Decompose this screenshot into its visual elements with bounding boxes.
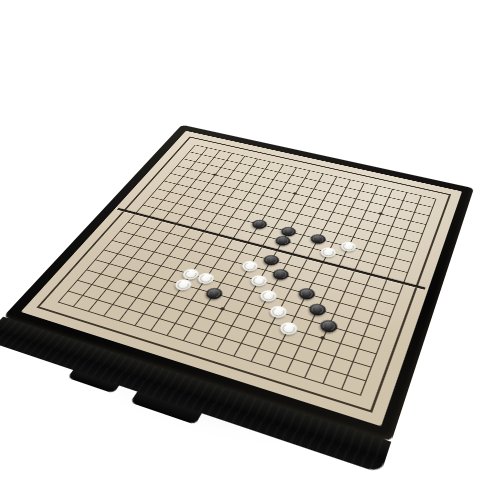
white-stone [248,273,269,287]
black-stone [270,267,290,281]
product-photo-stage [0,0,500,500]
black-stone [296,286,317,300]
star-point [220,307,226,311]
star-point [127,280,133,284]
folding-go-board [21,131,462,427]
black-stone [307,302,328,317]
star-point [259,244,264,247]
star-point [352,268,357,272]
star-point [320,336,326,340]
black-stone [308,233,327,245]
white-stone [258,288,279,303]
black-stone [250,218,269,230]
star-point [293,192,298,195]
white-stone [318,246,337,259]
white-stone [339,240,358,253]
black-stone [261,253,281,266]
star-point [213,173,218,176]
white-stone [277,320,299,336]
white-stone [239,259,259,272]
star-point [378,212,383,215]
black-stone [203,286,224,300]
star-point [173,222,178,225]
white-stone [267,304,288,319]
